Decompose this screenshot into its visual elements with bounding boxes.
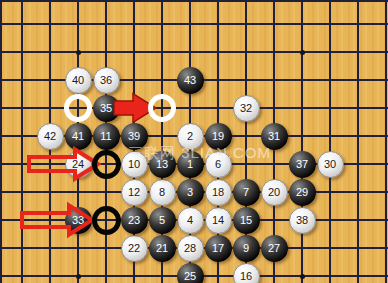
white-ring-mark bbox=[64, 94, 92, 122]
black-ring-mark bbox=[92, 206, 121, 235]
white-ring-mark bbox=[148, 94, 176, 122]
black-ring-mark bbox=[92, 150, 121, 179]
arrows-overlay bbox=[0, 0, 388, 283]
red-arrow-outline bbox=[29, 150, 98, 179]
red-arrow-outline bbox=[22, 206, 92, 235]
go-board: 1234567891011121314151617181920212223242… bbox=[0, 0, 388, 283]
